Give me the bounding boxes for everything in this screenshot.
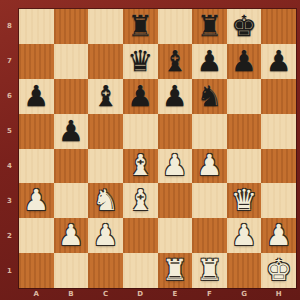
square-e5[interactable]: [158, 114, 193, 149]
rank-label-5: 5: [0, 114, 19, 149]
black-pawn: ♟: [23, 82, 49, 111]
file-label-e: E: [158, 288, 193, 300]
square-c3[interactable]: ♞: [88, 183, 123, 218]
square-g7[interactable]: ♟: [227, 44, 262, 79]
white-rook: ♜: [162, 256, 188, 285]
white-queen: ♛: [231, 186, 257, 215]
rank-label-3: 3: [0, 183, 19, 218]
square-h8[interactable]: [261, 9, 296, 44]
square-c1[interactable]: [88, 253, 123, 288]
white-pawn: ♟: [23, 186, 49, 215]
white-pawn: ♟: [266, 221, 292, 250]
square-a6[interactable]: ♟: [19, 79, 54, 114]
square-d6[interactable]: ♟: [123, 79, 158, 114]
square-c8[interactable]: [88, 9, 123, 44]
square-a5[interactable]: [19, 114, 54, 149]
square-f4[interactable]: ♟: [192, 149, 227, 184]
square-f7[interactable]: ♟: [192, 44, 227, 79]
chess-diagram: ♜♜♚♛♝♟♟♟♟♝♟♟♞♟♝♟♟♟♞♝♛♟♟♟♟♜♜♚ 87654321 AB…: [0, 0, 300, 300]
black-pawn: ♟: [266, 47, 292, 76]
square-b4[interactable]: [54, 149, 89, 184]
white-pawn: ♟: [196, 151, 222, 180]
square-d2[interactable]: [123, 218, 158, 253]
file-label-h: H: [261, 288, 296, 300]
rank-label-7: 7: [0, 44, 19, 79]
file-labels: ABCDEFGH: [19, 288, 296, 300]
square-b7[interactable]: [54, 44, 89, 79]
rank-label-1: 1: [0, 253, 19, 288]
square-f3[interactable]: [192, 183, 227, 218]
square-e7[interactable]: ♝: [158, 44, 193, 79]
square-h3[interactable]: [261, 183, 296, 218]
black-pawn: ♟: [231, 47, 257, 76]
rank-label-2: 2: [0, 218, 19, 253]
square-d3[interactable]: ♝: [123, 183, 158, 218]
black-pawn: ♟: [127, 82, 153, 111]
white-pawn: ♟: [162, 151, 188, 180]
white-pawn: ♟: [93, 221, 119, 250]
square-d5[interactable]: [123, 114, 158, 149]
black-queen: ♛: [127, 47, 153, 76]
square-f8[interactable]: ♜: [192, 9, 227, 44]
square-f2[interactable]: [192, 218, 227, 253]
square-c2[interactable]: ♟: [88, 218, 123, 253]
square-g5[interactable]: [227, 114, 262, 149]
rank-label-6: 6: [0, 79, 19, 114]
square-h5[interactable]: [261, 114, 296, 149]
file-label-b: B: [54, 288, 89, 300]
black-king: ♚: [231, 12, 257, 41]
square-c6[interactable]: ♝: [88, 79, 123, 114]
square-h1[interactable]: ♚: [261, 253, 296, 288]
square-b3[interactable]: [54, 183, 89, 218]
square-c4[interactable]: [88, 149, 123, 184]
square-b2[interactable]: ♟: [54, 218, 89, 253]
square-g6[interactable]: [227, 79, 262, 114]
file-label-g: G: [227, 288, 262, 300]
white-bishop: ♝: [127, 186, 153, 215]
rank-label-8: 8: [0, 9, 19, 44]
file-label-f: F: [192, 288, 227, 300]
square-d1[interactable]: [123, 253, 158, 288]
square-e8[interactable]: [158, 9, 193, 44]
square-a4[interactable]: [19, 149, 54, 184]
square-f6[interactable]: ♞: [192, 79, 227, 114]
square-d4[interactable]: ♝: [123, 149, 158, 184]
square-d7[interactable]: ♛: [123, 44, 158, 79]
square-g2[interactable]: ♟: [227, 218, 262, 253]
square-h2[interactable]: ♟: [261, 218, 296, 253]
square-g4[interactable]: [227, 149, 262, 184]
square-b8[interactable]: [54, 9, 89, 44]
rank-label-4: 4: [0, 149, 19, 184]
black-bishop: ♝: [93, 82, 119, 111]
square-e4[interactable]: ♟: [158, 149, 193, 184]
square-g1[interactable]: [227, 253, 262, 288]
white-pawn: ♟: [58, 221, 84, 250]
square-a3[interactable]: ♟: [19, 183, 54, 218]
square-d8[interactable]: ♜: [123, 9, 158, 44]
white-pawn: ♟: [231, 221, 257, 250]
square-f5[interactable]: [192, 114, 227, 149]
square-h6[interactable]: [261, 79, 296, 114]
black-pawn: ♟: [58, 117, 84, 146]
square-b5[interactable]: ♟: [54, 114, 89, 149]
black-knight: ♞: [196, 82, 222, 111]
black-bishop: ♝: [162, 47, 188, 76]
white-knight: ♞: [93, 186, 119, 215]
square-a7[interactable]: [19, 44, 54, 79]
square-b1[interactable]: [54, 253, 89, 288]
square-a2[interactable]: [19, 218, 54, 253]
square-g3[interactable]: ♛: [227, 183, 262, 218]
file-label-a: A: [19, 288, 54, 300]
black-rook: ♜: [196, 12, 222, 41]
square-e2[interactable]: [158, 218, 193, 253]
square-c5[interactable]: [88, 114, 123, 149]
file-label-c: C: [88, 288, 123, 300]
square-h7[interactable]: ♟: [261, 44, 296, 79]
chess-board: ♜♜♚♛♝♟♟♟♟♝♟♟♞♟♝♟♟♟♞♝♛♟♟♟♟♜♜♚: [19, 9, 296, 288]
square-f1[interactable]: ♜: [192, 253, 227, 288]
black-pawn: ♟: [162, 82, 188, 111]
white-king: ♚: [266, 256, 292, 285]
white-bishop: ♝: [127, 151, 153, 180]
square-b6[interactable]: [54, 79, 89, 114]
square-h4[interactable]: [261, 149, 296, 184]
square-c7[interactable]: [88, 44, 123, 79]
black-pawn: ♟: [196, 47, 222, 76]
square-g8[interactable]: ♚: [227, 9, 262, 44]
file-label-d: D: [123, 288, 158, 300]
square-a8[interactable]: [19, 9, 54, 44]
rank-labels: 87654321: [0, 9, 19, 288]
square-a1[interactable]: [19, 253, 54, 288]
white-rook: ♜: [196, 256, 222, 285]
square-e6[interactable]: ♟: [158, 79, 193, 114]
black-rook: ♜: [127, 12, 153, 41]
square-e3[interactable]: [158, 183, 193, 218]
square-e1[interactable]: ♜: [158, 253, 193, 288]
